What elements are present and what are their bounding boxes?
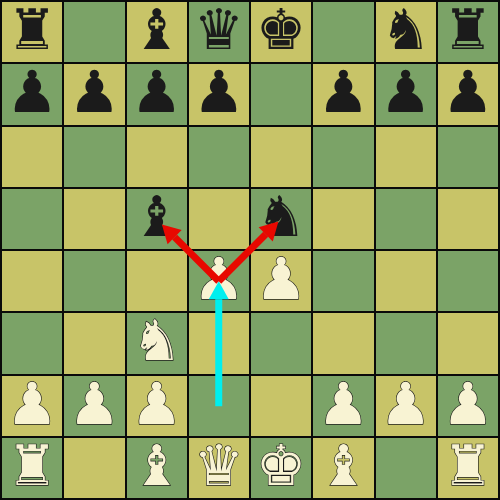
white-pawn[interactable]: ♟ — [442, 375, 494, 433]
black-pawn[interactable]: ♟ — [131, 63, 183, 121]
square-c7[interactable]: ♟ — [127, 64, 187, 124]
square-g6[interactable] — [376, 127, 436, 187]
square-f4[interactable] — [313, 251, 373, 311]
black-rook[interactable]: ♜ — [7, 2, 57, 58]
square-h7[interactable]: ♟ — [438, 64, 498, 124]
square-h6[interactable] — [438, 127, 498, 187]
square-f3[interactable] — [313, 313, 373, 373]
black-bishop[interactable]: ♝ — [132, 189, 182, 245]
square-g2[interactable]: ♟ — [376, 376, 436, 436]
square-f7[interactable]: ♟ — [313, 64, 373, 124]
square-d1[interactable]: ♛ — [189, 438, 249, 498]
white-pawn[interactable]: ♟ — [131, 375, 183, 433]
square-g7[interactable]: ♟ — [376, 64, 436, 124]
black-pawn[interactable]: ♟ — [317, 63, 369, 121]
square-e8[interactable]: ♚ — [251, 2, 311, 62]
square-e1[interactable]: ♚ — [251, 438, 311, 498]
white-king[interactable]: ♚ — [256, 438, 306, 494]
black-knight[interactable]: ♞ — [381, 2, 431, 58]
square-f1[interactable]: ♝ — [313, 438, 373, 498]
square-b2[interactable]: ♟ — [64, 376, 124, 436]
square-g5[interactable] — [376, 189, 436, 249]
square-g8[interactable]: ♞ — [376, 2, 436, 62]
square-h1[interactable]: ♜ — [438, 438, 498, 498]
square-e5[interactable]: ♞ — [251, 189, 311, 249]
square-e4[interactable]: ♟ — [251, 251, 311, 311]
square-b3[interactable] — [64, 313, 124, 373]
square-a5[interactable] — [2, 189, 62, 249]
chess-board: ♜♝♛♚♞♜♟♟♟♟♟♟♟♝♞♟♟♞♟♟♟♟♟♟♜♝♛♚♝♜ — [0, 0, 500, 500]
white-rook[interactable]: ♜ — [7, 438, 57, 494]
square-b1[interactable] — [64, 438, 124, 498]
black-queen[interactable]: ♛ — [194, 2, 244, 58]
square-b8[interactable] — [64, 2, 124, 62]
square-e3[interactable] — [251, 313, 311, 373]
square-a2[interactable]: ♟ — [2, 376, 62, 436]
black-pawn[interactable]: ♟ — [442, 63, 494, 121]
square-b5[interactable] — [64, 189, 124, 249]
square-d3[interactable] — [189, 313, 249, 373]
white-pawn[interactable]: ♟ — [255, 250, 307, 308]
white-pawn[interactable]: ♟ — [68, 375, 120, 433]
square-f8[interactable] — [313, 2, 373, 62]
white-knight[interactable]: ♞ — [132, 313, 182, 369]
black-rook[interactable]: ♜ — [443, 2, 493, 58]
white-bishop[interactable]: ♝ — [132, 438, 182, 494]
black-pawn[interactable]: ♟ — [193, 63, 245, 121]
square-a7[interactable]: ♟ — [2, 64, 62, 124]
square-b7[interactable]: ♟ — [64, 64, 124, 124]
square-a8[interactable]: ♜ — [2, 2, 62, 62]
black-pawn[interactable]: ♟ — [6, 63, 58, 121]
square-c5[interactable]: ♝ — [127, 189, 187, 249]
white-pawn[interactable]: ♟ — [6, 375, 58, 433]
black-pawn[interactable]: ♟ — [380, 63, 432, 121]
square-h4[interactable] — [438, 251, 498, 311]
square-g4[interactable] — [376, 251, 436, 311]
square-c1[interactable]: ♝ — [127, 438, 187, 498]
square-g1[interactable] — [376, 438, 436, 498]
square-b4[interactable] — [64, 251, 124, 311]
white-pawn[interactable]: ♟ — [193, 250, 245, 308]
white-pawn[interactable]: ♟ — [317, 375, 369, 433]
square-a6[interactable] — [2, 127, 62, 187]
white-bishop[interactable]: ♝ — [318, 438, 368, 494]
square-h8[interactable]: ♜ — [438, 2, 498, 62]
square-c3[interactable]: ♞ — [127, 313, 187, 373]
square-b6[interactable] — [64, 127, 124, 187]
white-rook[interactable]: ♜ — [443, 438, 493, 494]
square-c8[interactable]: ♝ — [127, 2, 187, 62]
square-c2[interactable]: ♟ — [127, 376, 187, 436]
square-c6[interactable] — [127, 127, 187, 187]
white-queen[interactable]: ♛ — [194, 438, 244, 494]
square-f5[interactable] — [313, 189, 373, 249]
square-a1[interactable]: ♜ — [2, 438, 62, 498]
square-d7[interactable]: ♟ — [189, 64, 249, 124]
black-bishop[interactable]: ♝ — [132, 2, 182, 58]
square-f2[interactable]: ♟ — [313, 376, 373, 436]
square-e7[interactable] — [251, 64, 311, 124]
square-c4[interactable] — [127, 251, 187, 311]
square-d2[interactable] — [189, 376, 249, 436]
square-d4[interactable]: ♟ — [189, 251, 249, 311]
black-pawn[interactable]: ♟ — [68, 63, 120, 121]
square-a4[interactable] — [2, 251, 62, 311]
black-knight[interactable]: ♞ — [256, 189, 306, 245]
white-pawn[interactable]: ♟ — [380, 375, 432, 433]
chess-board-wrapper: ♜♝♛♚♞♜♟♟♟♟♟♟♟♝♞♟♟♞♟♟♟♟♟♟♜♝♛♚♝♜ — [0, 0, 500, 500]
square-f6[interactable] — [313, 127, 373, 187]
square-a3[interactable] — [2, 313, 62, 373]
black-king[interactable]: ♚ — [256, 2, 306, 58]
square-d6[interactable] — [189, 127, 249, 187]
square-d8[interactable]: ♛ — [189, 2, 249, 62]
square-h3[interactable] — [438, 313, 498, 373]
square-d5[interactable] — [189, 189, 249, 249]
square-g3[interactable] — [376, 313, 436, 373]
square-e2[interactable] — [251, 376, 311, 436]
square-h5[interactable] — [438, 189, 498, 249]
square-e6[interactable] — [251, 127, 311, 187]
square-h2[interactable]: ♟ — [438, 376, 498, 436]
